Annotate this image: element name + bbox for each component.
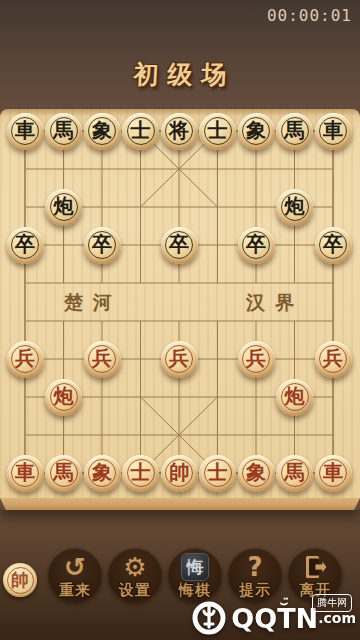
qqtn-bull-logo-icon xyxy=(191,600,227,636)
piece-char: 馬 xyxy=(285,462,305,482)
river-label-han-jie: 汉界 xyxy=(210,290,330,316)
piece-red-帥[interactable]: 帥 xyxy=(161,455,198,492)
piece-black-将[interactable]: 将 xyxy=(161,113,198,150)
piece-red-士[interactable]: 士 xyxy=(199,455,236,492)
piece-black-炮[interactable]: 炮 xyxy=(45,189,82,226)
piece-char: 車 xyxy=(323,462,343,482)
piece-black-卒[interactable]: 卒 xyxy=(238,227,275,264)
piece-char: 士 xyxy=(131,462,151,482)
qqtn-watermark: ⌣̈ QQTN.com 腾牛网 xyxy=(191,598,356,638)
piece-black-卒[interactable]: 卒 xyxy=(315,227,352,264)
undo-button[interactable]: 悔 悔棋 xyxy=(168,548,222,602)
piece-red-車[interactable]: 車 xyxy=(7,455,44,492)
xiangqi-game-screen: { "game": "xiangqi (Chinese chess) — ini… xyxy=(0,0,360,640)
piece-black-車[interactable]: 車 xyxy=(7,113,44,150)
piece-red-士[interactable]: 士 xyxy=(122,455,159,492)
restart-icon: ↺ xyxy=(48,551,102,583)
piece-char: 炮 xyxy=(285,196,305,216)
piece-char: 車 xyxy=(15,462,35,482)
piece-red-兵[interactable]: 兵 xyxy=(161,341,198,378)
piece-char: 卒 xyxy=(323,234,343,254)
piece-red-兵[interactable]: 兵 xyxy=(7,341,44,378)
river-label-chu-he: 楚河 xyxy=(28,290,148,316)
piece-char: 馬 xyxy=(285,120,305,140)
piece-char: 士 xyxy=(131,120,151,140)
piece-black-車[interactable]: 車 xyxy=(315,113,352,150)
restart-button[interactable]: ↺ 重来 xyxy=(48,548,102,602)
piece-char: 士 xyxy=(208,462,228,482)
piece-char: 象 xyxy=(246,462,266,482)
settings-button[interactable]: ⚙ 设置 xyxy=(108,548,162,602)
piece-black-馬[interactable]: 馬 xyxy=(276,113,313,150)
piece-char: 炮 xyxy=(54,386,74,406)
piece-black-卒[interactable]: 卒 xyxy=(7,227,44,264)
piece-char: 兵 xyxy=(169,348,189,368)
piece-char: 馬 xyxy=(54,462,74,482)
piece-black-象[interactable]: 象 xyxy=(238,113,275,150)
piece-char: 象 xyxy=(246,120,266,140)
watermark-site: QQTN xyxy=(231,605,318,632)
piece-red-象[interactable]: 象 xyxy=(84,455,121,492)
restart-label: 重来 xyxy=(48,581,102,600)
piece-char: 帥 xyxy=(169,462,189,482)
piece-red-兵[interactable]: 兵 xyxy=(84,341,121,378)
xiangqi-board[interactable]: 楚河 汉界 車馬象士将士象馬車炮炮卒卒卒卒卒兵兵兵兵炮炮兵車馬象士帥士象馬車 xyxy=(0,109,360,510)
hint-question-icon: ? xyxy=(228,551,282,583)
piece-char: 車 xyxy=(15,120,35,140)
piece-char: 卒 xyxy=(246,234,266,254)
piece-black-卒[interactable]: 卒 xyxy=(161,227,198,264)
bottom-toolbar: 帥 ↺ 重来 ⚙ 设置 悔 悔棋 ? 提示 离开 xyxy=(0,548,360,604)
settings-label: 设置 xyxy=(108,581,162,600)
piece-char: 馬 xyxy=(54,120,74,140)
piece-red-象[interactable]: 象 xyxy=(238,455,275,492)
piece-red-兵[interactable]: 兵 xyxy=(315,341,352,378)
piece-char: 卒 xyxy=(169,234,189,254)
piece-char: 象 xyxy=(92,462,112,482)
page-title: 初级场 xyxy=(0,58,360,91)
piece-red-兵[interactable]: 兵 xyxy=(238,341,275,378)
piece-black-士[interactable]: 士 xyxy=(122,113,159,150)
piece-char: 車 xyxy=(323,120,343,140)
piece-red-馬[interactable]: 馬 xyxy=(276,455,313,492)
piece-char: 炮 xyxy=(285,386,305,406)
player-side-indicator-piece: 帥 xyxy=(3,563,37,597)
hint-button[interactable]: ? 提示 xyxy=(228,548,282,602)
piece-char: 将 xyxy=(169,120,189,140)
piece-red-車[interactable]: 車 xyxy=(315,455,352,492)
board-bottom-edge xyxy=(0,498,360,510)
piece-red-炮[interactable]: 炮 xyxy=(45,379,82,416)
piece-char: 炮 xyxy=(54,196,74,216)
settings-gear-icon: ⚙ xyxy=(108,551,162,583)
game-timer: 00:00:01 xyxy=(267,6,352,25)
piece-char: 卒 xyxy=(92,234,112,254)
watermark-tld: .com xyxy=(318,610,356,626)
piece-char: 卒 xyxy=(15,234,35,254)
watermark-badge: 腾牛网 xyxy=(312,594,352,612)
undo-piece-icon: 悔 xyxy=(168,551,222,583)
bull-horns-icon: ⌣̈ xyxy=(279,595,288,611)
piece-black-士[interactable]: 士 xyxy=(199,113,236,150)
leave-door-icon xyxy=(288,551,342,583)
piece-ring xyxy=(7,567,34,594)
piece-red-馬[interactable]: 馬 xyxy=(45,455,82,492)
piece-char: 兵 xyxy=(92,348,112,368)
piece-char: 兵 xyxy=(15,348,35,368)
piece-char: 兵 xyxy=(323,348,343,368)
piece-black-卒[interactable]: 卒 xyxy=(84,227,121,264)
piece-char: 兵 xyxy=(246,348,266,368)
piece-char: 象 xyxy=(92,120,112,140)
undo-chip: 悔 xyxy=(181,553,209,581)
piece-char: 士 xyxy=(208,120,228,140)
piece-black-象[interactable]: 象 xyxy=(84,113,121,150)
piece-black-馬[interactable]: 馬 xyxy=(45,113,82,150)
board-surface: 楚河 汉界 車馬象士将士象馬車炮炮卒卒卒卒卒兵兵兵兵炮炮兵車馬象士帥士象馬車 xyxy=(0,109,360,498)
piece-black-炮[interactable]: 炮 xyxy=(276,189,313,226)
piece-red-炮[interactable]: 炮 xyxy=(276,379,313,416)
